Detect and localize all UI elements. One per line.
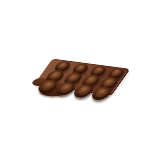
chocolate-mold-tray	[33, 59, 131, 96]
mold-domes	[34, 59, 128, 93]
product-photo-canvas	[0, 0, 160, 160]
